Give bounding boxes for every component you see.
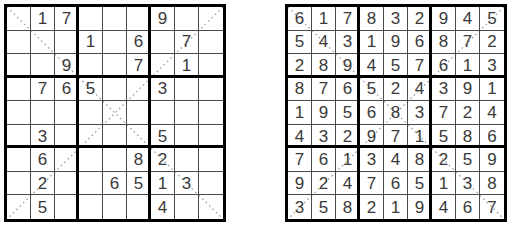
- cell-r9c5: 1: [384, 195, 408, 219]
- cell-r5c2: [31, 101, 55, 125]
- cell-r4c3: 6: [336, 78, 360, 102]
- cell-r1c9: 5: [480, 7, 504, 31]
- cell-r7c6: 8: [408, 148, 432, 172]
- cell-r7c2: 6: [31, 148, 55, 172]
- cell-r4c6: [127, 78, 151, 102]
- cell-r5c6: 3: [408, 101, 432, 125]
- cell-r3c7: 6: [432, 54, 456, 78]
- cell-r5c2: 9: [312, 101, 336, 125]
- cell-r3c2: [31, 54, 55, 78]
- cell-r3c4: 4: [360, 54, 384, 78]
- cell-r1c9: [199, 7, 223, 31]
- cell-r5c7: [151, 101, 175, 125]
- cell-r1c1: 6: [288, 7, 312, 31]
- puzzle-cell-grid: 1791679717653356822651354: [7, 7, 223, 219]
- cell-r1c2: 1: [312, 7, 336, 31]
- cell-r9c7: 4: [151, 195, 175, 219]
- cell-r9c1: [7, 195, 31, 219]
- cell-r4c1: [7, 78, 31, 102]
- cell-r9c2: 5: [31, 195, 55, 219]
- cell-r8c3: [55, 172, 79, 196]
- cell-r4c3: 6: [55, 78, 79, 102]
- cell-r3c1: 2: [288, 54, 312, 78]
- cell-r7c8: [175, 148, 199, 172]
- cell-r8c7: 1: [151, 172, 175, 196]
- cell-r5c7: 7: [432, 101, 456, 125]
- cell-r7c4: [79, 148, 103, 172]
- cell-r4c5: 2: [384, 78, 408, 102]
- cell-r7c9: [199, 148, 223, 172]
- cell-r6c1: 4: [288, 125, 312, 149]
- cell-r3c6: 7: [408, 54, 432, 78]
- cell-r2c6: 6: [408, 31, 432, 55]
- cell-r2c4: 1: [360, 31, 384, 55]
- cell-r9c4: [79, 195, 103, 219]
- cell-r9c7: 4: [432, 195, 456, 219]
- cell-r7c1: 7: [288, 148, 312, 172]
- solution-board: 6178329455431968722894576138765243911956…: [285, 4, 507, 222]
- cell-r4c5: [103, 78, 127, 102]
- cell-r9c4: 2: [360, 195, 384, 219]
- cell-r1c7: 9: [432, 7, 456, 31]
- cell-r2c9: 2: [480, 31, 504, 55]
- cell-r2c7: 8: [432, 31, 456, 55]
- cell-r8c4: 7: [360, 172, 384, 196]
- cell-r4c4: 5: [79, 78, 103, 102]
- cell-r6c2: 3: [31, 125, 55, 149]
- cell-r6c2: 3: [312, 125, 336, 149]
- cell-r5c9: [199, 101, 223, 125]
- cell-r7c4: 3: [360, 148, 384, 172]
- cell-r5c1: 1: [288, 101, 312, 125]
- cell-r5c3: [55, 101, 79, 125]
- cell-r6c9: 6: [480, 125, 504, 149]
- cell-r6c8: [175, 125, 199, 149]
- cell-r9c2: 5: [312, 195, 336, 219]
- cell-r1c4: [79, 7, 103, 31]
- cell-r7c3: [55, 148, 79, 172]
- cell-r4c7: 3: [432, 78, 456, 102]
- cell-r5c8: [175, 101, 199, 125]
- cell-r1c7: 9: [151, 7, 175, 31]
- cell-r8c3: 4: [336, 172, 360, 196]
- cell-r7c1: [7, 148, 31, 172]
- cell-r2c1: 5: [288, 31, 312, 55]
- cell-r4c1: 8: [288, 78, 312, 102]
- cell-r3c1: [7, 54, 31, 78]
- cell-r2c1: [7, 31, 31, 55]
- cell-r8c5: 6: [103, 172, 127, 196]
- cell-r7c3: 1: [336, 148, 360, 172]
- cell-r4c2: 7: [312, 78, 336, 102]
- cell-r3c8: 1: [175, 54, 199, 78]
- cell-r8c1: 9: [288, 172, 312, 196]
- cell-r9c6: 9: [408, 195, 432, 219]
- cell-r8c4: [79, 172, 103, 196]
- cell-r7c7: 2: [432, 148, 456, 172]
- cell-r6c1: [7, 125, 31, 149]
- cell-r1c8: 4: [456, 7, 480, 31]
- puzzle-board: 1791679717653356822651354: [4, 4, 226, 222]
- cell-r5c6: [127, 101, 151, 125]
- cell-r9c3: 8: [336, 195, 360, 219]
- cell-r8c8: 3: [175, 172, 199, 196]
- cell-r9c3: [55, 195, 79, 219]
- cell-r6c3: 2: [336, 125, 360, 149]
- cell-r6c5: 7: [384, 125, 408, 149]
- cell-r2c5: 9: [384, 31, 408, 55]
- cell-r9c9: [199, 195, 223, 219]
- cell-r6c4: 9: [360, 125, 384, 149]
- cell-r8c8: 3: [456, 172, 480, 196]
- cell-r2c2: [31, 31, 55, 55]
- cell-r7c5: [103, 148, 127, 172]
- cell-r4c8: [175, 78, 199, 102]
- cell-r3c3: 9: [336, 54, 360, 78]
- cell-r4c7: 3: [151, 78, 175, 102]
- cell-r7c2: 6: [312, 148, 336, 172]
- cell-r9c8: [175, 195, 199, 219]
- cell-r3c9: 3: [480, 54, 504, 78]
- cell-r3c7: [151, 54, 175, 78]
- cell-r1c8: [175, 7, 199, 31]
- cell-r3c5: 5: [384, 54, 408, 78]
- cell-r5c9: 4: [480, 101, 504, 125]
- cell-r7c7: 2: [151, 148, 175, 172]
- cell-r1c6: 2: [408, 7, 432, 31]
- cell-r9c9: 7: [480, 195, 504, 219]
- cell-r1c3: 7: [336, 7, 360, 31]
- cell-r1c4: 8: [360, 7, 384, 31]
- cell-r6c8: 8: [456, 125, 480, 149]
- cell-r3c3: 9: [55, 54, 79, 78]
- cell-r4c8: 9: [456, 78, 480, 102]
- cell-r8c6: 5: [127, 172, 151, 196]
- cell-r8c9: [199, 172, 223, 196]
- cell-r9c5: [103, 195, 127, 219]
- cell-r2c4: 1: [79, 31, 103, 55]
- cell-r1c5: 3: [384, 7, 408, 31]
- cell-r7c5: 4: [384, 148, 408, 172]
- cell-r5c1: [7, 101, 31, 125]
- cell-r6c7: 5: [151, 125, 175, 149]
- cell-r9c1: 3: [288, 195, 312, 219]
- cell-r8c9: 8: [480, 172, 504, 196]
- cell-r2c9: [199, 31, 223, 55]
- cell-r1c1: [7, 7, 31, 31]
- cell-r2c2: 4: [312, 31, 336, 55]
- cell-r4c2: 7: [31, 78, 55, 102]
- cell-r2c6: 6: [127, 31, 151, 55]
- cell-r5c5: 8: [384, 101, 408, 125]
- cell-r5c4: 6: [360, 101, 384, 125]
- cell-r4c9: 1: [480, 78, 504, 102]
- cell-r2c5: [103, 31, 127, 55]
- solution-cell-grid: 6178329455431968722894576138765243911956…: [288, 7, 504, 219]
- cell-r2c3: [55, 31, 79, 55]
- cell-r3c4: [79, 54, 103, 78]
- cell-r8c5: 6: [384, 172, 408, 196]
- cell-r6c3: [55, 125, 79, 149]
- cell-r3c2: 8: [312, 54, 336, 78]
- cell-r3c5: [103, 54, 127, 78]
- cell-r1c6: [127, 7, 151, 31]
- cell-r7c9: 9: [480, 148, 504, 172]
- cell-r8c7: 1: [432, 172, 456, 196]
- cell-r6c9: [199, 125, 223, 149]
- cell-r2c8: 7: [456, 31, 480, 55]
- cell-r1c5: [103, 7, 127, 31]
- cell-r6c5: [103, 125, 127, 149]
- cell-r6c7: 5: [432, 125, 456, 149]
- cell-r6c4: [79, 125, 103, 149]
- cell-r6c6: 1: [408, 125, 432, 149]
- cell-r8c1: [7, 172, 31, 196]
- cell-r5c3: 5: [336, 101, 360, 125]
- cell-r1c3: 7: [55, 7, 79, 31]
- cell-r8c2: 2: [312, 172, 336, 196]
- cell-r8c2: 2: [31, 172, 55, 196]
- cell-r8c6: 5: [408, 172, 432, 196]
- cell-r2c3: 3: [336, 31, 360, 55]
- cell-r2c8: 7: [175, 31, 199, 55]
- sudoku-x-sheet: 1791679717653356822651354 61783294554319…: [0, 0, 508, 226]
- cell-r2c7: [151, 31, 175, 55]
- cell-r3c6: 7: [127, 54, 151, 78]
- cell-r7c8: 5: [456, 148, 480, 172]
- cell-r4c6: 4: [408, 78, 432, 102]
- cell-r9c8: 6: [456, 195, 480, 219]
- cell-r5c8: 2: [456, 101, 480, 125]
- cell-r3c9: [199, 54, 223, 78]
- cell-r1c2: 1: [31, 7, 55, 31]
- cell-r4c9: [199, 78, 223, 102]
- cell-r5c4: [79, 101, 103, 125]
- cell-r6c6: [127, 125, 151, 149]
- cell-r3c8: 1: [456, 54, 480, 78]
- cell-r4c4: 5: [360, 78, 384, 102]
- cell-r5c5: [103, 101, 127, 125]
- cell-r7c6: 8: [127, 148, 151, 172]
- cell-r9c6: [127, 195, 151, 219]
